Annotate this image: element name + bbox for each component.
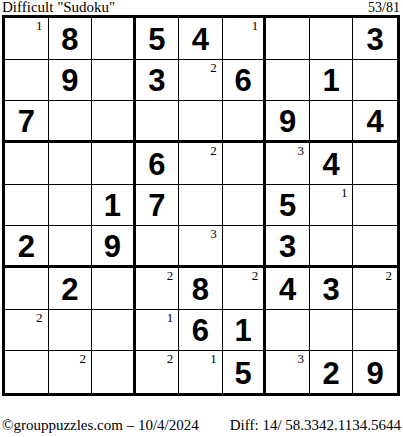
cell-r2c7[interactable] (266, 60, 310, 102)
cell-r2c4[interactable]: 3 (136, 60, 180, 102)
corner-mark: 3 (297, 144, 304, 158)
cell-digit: 1 (323, 63, 340, 96)
cell-r5c1[interactable] (5, 185, 49, 227)
cell-digit: 3 (279, 229, 296, 262)
cell-digit: 2 (18, 229, 35, 262)
cell-r9c2[interactable]: 2 (49, 351, 93, 393)
copyright-text: ©grouppuzzles.com – 10/4/2024 (2, 417, 199, 433)
corner-mark: 2 (210, 144, 217, 158)
cell-r8c6[interactable]: 1 (223, 310, 267, 352)
cell-r8c3[interactable] (92, 310, 136, 352)
cell-digit: 3 (323, 272, 340, 305)
cell-r1c4[interactable]: 5 (136, 18, 180, 60)
cell-r5c5[interactable] (179, 185, 223, 227)
cell-r6c3[interactable]: 9 (92, 226, 136, 268)
cell-digit: 8 (61, 22, 78, 55)
cell-r1c1[interactable]: 1 (5, 18, 49, 60)
corner-mark: 2 (167, 352, 174, 366)
cell-r7c4[interactable]: 2 (136, 268, 180, 310)
cell-r4c9[interactable] (353, 143, 397, 185)
cell-r3c2[interactable] (49, 101, 93, 143)
cell-r1c5[interactable]: 4 (179, 18, 223, 60)
corner-mark: 1 (210, 352, 217, 366)
cell-r4c2[interactable] (49, 143, 93, 185)
cell-r4c8[interactable]: 4 (310, 143, 354, 185)
sudoku-board: 1854139326179462341751293322824322161221… (2, 15, 400, 396)
cell-r1c6[interactable]: 1 (223, 18, 267, 60)
cell-digit: 7 (18, 104, 35, 137)
cell-r9c8[interactable]: 2 (310, 351, 354, 393)
corner-mark: 3 (210, 227, 217, 241)
cell-r8c1[interactable]: 2 (5, 310, 49, 352)
cell-r8c7[interactable] (266, 310, 310, 352)
cell-r1c9[interactable]: 3 (353, 18, 397, 60)
cell-r1c2[interactable]: 8 (49, 18, 93, 60)
cell-r8c5[interactable]: 6 (179, 310, 223, 352)
cell-r1c8[interactable] (310, 18, 354, 60)
cell-digit: 3 (367, 22, 384, 55)
cell-digit: 8 (192, 272, 209, 305)
cell-r5c4[interactable]: 7 (136, 185, 180, 227)
cell-r6c8[interactable] (310, 226, 354, 268)
cell-digit: 4 (279, 272, 296, 305)
cell-r5c3[interactable]: 1 (92, 185, 136, 227)
cell-r1c7[interactable] (266, 18, 310, 60)
cell-r7c6[interactable]: 2 (223, 268, 267, 310)
cell-r9c3[interactable] (92, 351, 136, 393)
cell-r5c2[interactable] (49, 185, 93, 227)
cell-r2c9[interactable] (353, 60, 397, 102)
cell-digit: 1 (234, 313, 251, 346)
corner-mark: 1 (341, 186, 348, 200)
cell-r7c2[interactable]: 2 (49, 268, 93, 310)
corner-mark: 1 (252, 19, 259, 33)
cell-r8c8[interactable] (310, 310, 354, 352)
cell-r6c9[interactable] (353, 226, 397, 268)
cell-digit: 5 (279, 188, 296, 221)
cell-r6c5[interactable]: 3 (179, 226, 223, 268)
cell-digit: 6 (234, 63, 251, 96)
cell-r3c1[interactable]: 7 (5, 101, 49, 143)
cell-r7c8[interactable]: 3 (310, 268, 354, 310)
cell-r6c4[interactable] (136, 226, 180, 268)
cell-digit: 2 (61, 272, 78, 305)
cell-r1c3[interactable] (92, 18, 136, 60)
cell-r6c6[interactable] (223, 226, 267, 268)
cell-r4c5[interactable]: 2 (179, 143, 223, 185)
cell-r2c3[interactable] (92, 60, 136, 102)
cell-r4c3[interactable] (92, 143, 136, 185)
corner-mark: 1 (167, 311, 174, 325)
cell-digit: 5 (234, 356, 251, 389)
cell-r4c4[interactable]: 6 (136, 143, 180, 185)
cell-r9c9[interactable]: 9 (353, 351, 397, 393)
cell-r9c4[interactable]: 2 (136, 351, 180, 393)
cell-r4c7[interactable]: 3 (266, 143, 310, 185)
cell-r9c1[interactable] (5, 351, 49, 393)
difficulty-text: Diff: 14/ 58.3342.1134.5644 (230, 417, 401, 433)
cell-r5c9[interactable] (353, 185, 397, 227)
cell-r7c5[interactable]: 8 (179, 268, 223, 310)
cell-r3c7[interactable]: 9 (266, 101, 310, 143)
cell-digit: 6 (148, 147, 165, 180)
cell-r7c9[interactable]: 2 (353, 268, 397, 310)
cell-r3c6[interactable] (223, 101, 267, 143)
cell-r9c6[interactable]: 5 (223, 351, 267, 393)
cell-r4c6[interactable] (223, 143, 267, 185)
cell-r7c7[interactable]: 4 (266, 268, 310, 310)
cell-r2c5[interactable]: 2 (179, 60, 223, 102)
cell-digit: 7 (148, 188, 165, 221)
cell-r8c9[interactable] (353, 310, 397, 352)
cell-r9c7[interactable]: 3 (266, 351, 310, 393)
cell-r8c4[interactable]: 1 (136, 310, 180, 352)
corner-mark: 2 (80, 352, 87, 366)
cell-digit: 9 (104, 229, 121, 262)
cell-digit: 3 (148, 63, 165, 96)
corner-mark: 1 (36, 19, 43, 33)
cell-r7c3[interactable] (92, 268, 136, 310)
cell-r6c1[interactable]: 2 (5, 226, 49, 268)
cell-r5c7[interactable]: 5 (266, 185, 310, 227)
cell-r4c1[interactable] (5, 143, 49, 185)
cell-digit: 4 (367, 104, 384, 137)
cell-r3c3[interactable] (92, 101, 136, 143)
cell-r2c6[interactable]: 6 (223, 60, 267, 102)
cell-digit: 2 (323, 356, 340, 389)
cell-digit: 5 (148, 22, 165, 55)
cell-r6c7[interactable]: 3 (266, 226, 310, 268)
cell-digit: 4 (323, 147, 340, 180)
cell-r8c2[interactable] (49, 310, 93, 352)
cell-digit: 9 (367, 356, 384, 389)
cell-r3c8[interactable] (310, 101, 354, 143)
corner-mark: 2 (210, 61, 217, 75)
corner-mark: 2 (167, 269, 174, 283)
corner-mark: 2 (252, 269, 259, 283)
cell-r7c1[interactable] (5, 268, 49, 310)
corner-mark: 2 (36, 311, 43, 325)
cell-r3c4[interactable] (136, 101, 180, 143)
cell-r2c2[interactable]: 9 (49, 60, 93, 102)
puzzle-title: Difficult "Sudoku" (2, 0, 115, 15)
cell-r9c5[interactable]: 1 (179, 351, 223, 393)
cell-digit: 6 (192, 313, 209, 346)
cell-digit: 9 (61, 63, 78, 96)
corner-mark: 2 (386, 269, 393, 283)
cell-digit: 1 (104, 188, 121, 221)
cell-r2c1[interactable] (5, 60, 49, 102)
cell-r6c2[interactable] (49, 226, 93, 268)
cell-r3c5[interactable] (179, 101, 223, 143)
progress-counter: 53/81 (368, 0, 400, 15)
cell-digit: 9 (279, 104, 296, 137)
cell-digit: 4 (192, 22, 209, 55)
corner-mark: 3 (297, 352, 304, 366)
cell-r5c8[interactable]: 1 (310, 185, 354, 227)
cell-r5c6[interactable] (223, 185, 267, 227)
cell-r2c8[interactable]: 1 (310, 60, 354, 102)
cell-r3c9[interactable]: 4 (353, 101, 397, 143)
